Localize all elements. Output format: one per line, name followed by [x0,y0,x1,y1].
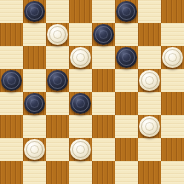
square-b7 [23,23,46,46]
square-d4[interactable] [69,92,92,115]
square-c3[interactable] [46,115,69,138]
square-b5 [23,69,46,92]
square-a5[interactable] [0,69,23,92]
square-f2[interactable] [115,138,138,161]
black-man[interactable] [47,70,68,91]
square-e7[interactable] [92,23,115,46]
white-man[interactable] [139,70,160,91]
black-man[interactable] [93,24,114,45]
white-man[interactable] [70,47,91,68]
square-g2 [138,138,161,161]
square-h7 [161,23,184,46]
square-d1 [69,161,92,184]
square-a6 [0,46,23,69]
square-a1[interactable] [0,161,23,184]
black-man[interactable] [1,70,22,91]
square-h4[interactable] [161,92,184,115]
square-a7[interactable] [0,23,23,46]
square-e4 [92,92,115,115]
square-f3 [115,115,138,138]
square-f6[interactable] [115,46,138,69]
square-g4 [138,92,161,115]
black-man[interactable] [24,93,45,114]
square-f1 [115,161,138,184]
white-man[interactable] [70,139,91,160]
square-e8 [92,0,115,23]
square-a3[interactable] [0,115,23,138]
square-b4[interactable] [23,92,46,115]
square-c1[interactable] [46,161,69,184]
square-f4[interactable] [115,92,138,115]
square-b1 [23,161,46,184]
square-c4 [46,92,69,115]
black-man[interactable] [70,93,91,114]
square-h1 [161,161,184,184]
square-a4 [0,92,23,115]
square-h5 [161,69,184,92]
black-man[interactable] [116,1,137,22]
square-c5[interactable] [46,69,69,92]
square-d8[interactable] [69,0,92,23]
square-c8 [46,0,69,23]
square-d5 [69,69,92,92]
square-e3[interactable] [92,115,115,138]
square-e6 [92,46,115,69]
square-h8[interactable] [161,0,184,23]
black-man[interactable] [116,47,137,68]
square-a2 [0,138,23,161]
square-a8 [0,0,23,23]
square-g3[interactable] [138,115,161,138]
square-b6[interactable] [23,46,46,69]
square-e2 [92,138,115,161]
square-f8[interactable] [115,0,138,23]
square-d7 [69,23,92,46]
square-e5[interactable] [92,69,115,92]
white-man[interactable] [47,24,68,45]
square-b8[interactable] [23,0,46,23]
square-c2 [46,138,69,161]
black-man[interactable] [24,1,45,22]
square-h2[interactable] [161,138,184,161]
square-g6 [138,46,161,69]
white-man[interactable] [162,47,183,68]
white-man[interactable] [24,139,45,160]
square-f7 [115,23,138,46]
white-man[interactable] [139,116,160,137]
square-e1[interactable] [92,161,115,184]
square-d3 [69,115,92,138]
square-g5[interactable] [138,69,161,92]
square-d2[interactable] [69,138,92,161]
square-f5 [115,69,138,92]
square-c7[interactable] [46,23,69,46]
square-g7[interactable] [138,23,161,46]
square-g8 [138,0,161,23]
square-g1[interactable] [138,161,161,184]
square-b3 [23,115,46,138]
square-d6[interactable] [69,46,92,69]
square-b2[interactable] [23,138,46,161]
square-c6 [46,46,69,69]
square-h3 [161,115,184,138]
checkers-board [0,0,184,184]
square-h6[interactable] [161,46,184,69]
